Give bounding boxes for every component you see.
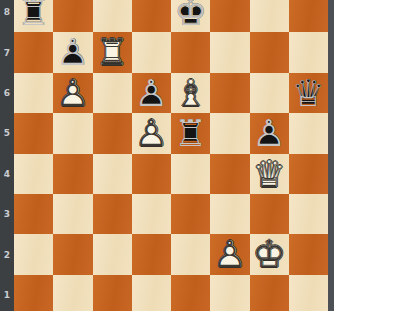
square-d2[interactable] xyxy=(132,234,171,274)
square-a2[interactable] xyxy=(14,234,53,274)
black-pawn[interactable]: ♟♙ xyxy=(250,113,289,153)
square-b5[interactable] xyxy=(53,113,92,153)
square-b3[interactable] xyxy=(53,194,92,234)
black-king-detail: ♔ xyxy=(171,0,210,32)
chess-board[interactable]: ♜♖♚♔♟♙♜♖♟♙♟♙♝♗♛♕♟♙♜♖♟♙♛♕♟♙♚♔ xyxy=(14,0,328,311)
white-queen-detail: ♕ xyxy=(250,154,289,194)
square-h5[interactable] xyxy=(289,113,328,153)
square-e3[interactable] xyxy=(171,194,210,234)
square-f2[interactable]: ♟♙ xyxy=(210,234,249,274)
square-b8[interactable] xyxy=(53,0,92,32)
square-f7[interactable] xyxy=(210,32,249,72)
board-right-border xyxy=(328,0,334,311)
rank-label-8: 8 xyxy=(0,6,14,18)
square-h4[interactable] xyxy=(289,154,328,194)
square-g4[interactable]: ♛♕ xyxy=(250,154,289,194)
black-king[interactable]: ♚♔ xyxy=(171,0,210,32)
square-h3[interactable] xyxy=(289,194,328,234)
white-bishop-detail: ♗ xyxy=(171,73,210,113)
square-h1[interactable] xyxy=(289,275,328,311)
square-b2[interactable] xyxy=(53,234,92,274)
black-rook-detail: ♖ xyxy=(14,0,53,32)
square-b1[interactable] xyxy=(53,275,92,311)
square-b6[interactable]: ♟♙ xyxy=(53,73,92,113)
black-queen[interactable]: ♛♕ xyxy=(289,73,328,113)
square-b4[interactable] xyxy=(53,154,92,194)
square-f6[interactable] xyxy=(210,73,249,113)
square-e1[interactable] xyxy=(171,275,210,311)
white-pawn[interactable]: ♟♙ xyxy=(210,234,249,274)
square-d1[interactable] xyxy=(132,275,171,311)
white-pawn-detail: ♙ xyxy=(132,113,171,153)
square-h2[interactable] xyxy=(289,234,328,274)
square-a4[interactable] xyxy=(14,154,53,194)
white-king[interactable]: ♚♔ xyxy=(250,234,289,274)
rank-coordinates-sidebar: 87654321 xyxy=(0,0,14,311)
square-c5[interactable] xyxy=(93,113,132,153)
square-g3[interactable] xyxy=(250,194,289,234)
square-f3[interactable] xyxy=(210,194,249,234)
square-e4[interactable] xyxy=(171,154,210,194)
black-pawn-detail: ♙ xyxy=(250,113,289,153)
rank-label-5: 5 xyxy=(0,127,14,139)
square-g7[interactable] xyxy=(250,32,289,72)
white-bishop[interactable]: ♝♗ xyxy=(171,73,210,113)
square-g6[interactable] xyxy=(250,73,289,113)
rank-label-3: 3 xyxy=(0,208,14,220)
square-a5[interactable] xyxy=(14,113,53,153)
square-e2[interactable] xyxy=(171,234,210,274)
square-c7[interactable]: ♜♖ xyxy=(93,32,132,72)
white-rook-detail: ♖ xyxy=(93,32,132,72)
square-c2[interactable] xyxy=(93,234,132,274)
square-f8[interactable] xyxy=(210,0,249,32)
square-h8[interactable] xyxy=(289,0,328,32)
square-e5[interactable]: ♜♖ xyxy=(171,113,210,153)
black-rook[interactable]: ♜♖ xyxy=(14,0,53,32)
square-c4[interactable] xyxy=(93,154,132,194)
square-g8[interactable] xyxy=(250,0,289,32)
rank-label-2: 2 xyxy=(0,249,14,261)
square-c8[interactable] xyxy=(93,0,132,32)
black-rook[interactable]: ♜♖ xyxy=(171,113,210,153)
square-c6[interactable] xyxy=(93,73,132,113)
white-rook[interactable]: ♜♖ xyxy=(93,32,132,72)
square-a8[interactable]: ♜♖ xyxy=(14,0,53,32)
square-e6[interactable]: ♝♗ xyxy=(171,73,210,113)
square-d4[interactable] xyxy=(132,154,171,194)
chess-app-window: ♜♖♚♔♟♙♜♖♟♙♟♙♝♗♛♕♟♙♜♖♟♙♛♕♟♙♚♔ 87654321 xyxy=(0,0,414,311)
square-a6[interactable] xyxy=(14,73,53,113)
rank-label-6: 6 xyxy=(0,87,14,99)
white-king-detail: ♔ xyxy=(250,234,289,274)
square-d7[interactable] xyxy=(132,32,171,72)
square-e8[interactable]: ♚♔ xyxy=(171,0,210,32)
square-g2[interactable]: ♚♔ xyxy=(250,234,289,274)
square-a7[interactable] xyxy=(14,32,53,72)
square-h6[interactable]: ♛♕ xyxy=(289,73,328,113)
white-pawn-detail: ♙ xyxy=(53,73,92,113)
rank-label-4: 4 xyxy=(0,168,14,180)
square-b7[interactable]: ♟♙ xyxy=(53,32,92,72)
white-pawn-detail: ♙ xyxy=(210,234,249,274)
white-pawn[interactable]: ♟♙ xyxy=(132,113,171,153)
square-c3[interactable] xyxy=(93,194,132,234)
square-e7[interactable] xyxy=(171,32,210,72)
black-pawn-detail: ♙ xyxy=(132,73,171,113)
square-h7[interactable] xyxy=(289,32,328,72)
square-f5[interactable] xyxy=(210,113,249,153)
square-c1[interactable] xyxy=(93,275,132,311)
black-pawn-detail: ♙ xyxy=(53,32,92,72)
square-a1[interactable] xyxy=(14,275,53,311)
black-pawn[interactable]: ♟♙ xyxy=(53,32,92,72)
rank-label-7: 7 xyxy=(0,47,14,59)
rank-label-1: 1 xyxy=(0,289,14,301)
square-a3[interactable] xyxy=(14,194,53,234)
black-rook-detail: ♖ xyxy=(171,113,210,153)
square-g1[interactable] xyxy=(250,275,289,311)
square-d6[interactable]: ♟♙ xyxy=(132,73,171,113)
square-g5[interactable]: ♟♙ xyxy=(250,113,289,153)
white-queen[interactable]: ♛♕ xyxy=(250,154,289,194)
square-d3[interactable] xyxy=(132,194,171,234)
square-d8[interactable] xyxy=(132,0,171,32)
square-d5[interactable]: ♟♙ xyxy=(132,113,171,153)
square-f1[interactable] xyxy=(210,275,249,311)
square-f4[interactable] xyxy=(210,154,249,194)
black-queen-detail: ♕ xyxy=(289,73,328,113)
white-pawn[interactable]: ♟♙ xyxy=(53,73,92,113)
black-pawn[interactable]: ♟♙ xyxy=(132,73,171,113)
